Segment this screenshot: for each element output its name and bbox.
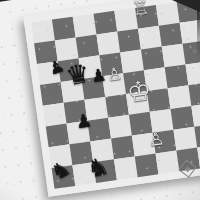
dark-background-right-edge	[197, 0, 200, 58]
square-a1	[52, 165, 76, 189]
square-a6	[37, 61, 61, 85]
square-g2	[173, 127, 197, 151]
square-f8	[135, 5, 159, 29]
square-g8	[156, 2, 180, 26]
square-c8	[73, 14, 97, 38]
square-a3	[46, 124, 70, 148]
square-d7	[96, 32, 120, 56]
square-d6	[99, 52, 123, 76]
square-e7	[117, 29, 141, 53]
chess-board-photo: ♖♟♛♟♙♔♟♙♞♞ ©	[0, 0, 200, 200]
square-d5	[102, 73, 126, 97]
square-b1	[72, 162, 96, 186]
square-a8	[31, 20, 55, 44]
square-b3	[67, 121, 91, 145]
maker-emblem-core	[185, 166, 191, 172]
board-grid: ♖♟♛♟♙♔♟♙♞♞	[31, 0, 200, 189]
square-a7	[34, 40, 58, 64]
square-e6	[120, 49, 144, 73]
square-c4	[84, 97, 108, 121]
square-g7	[159, 23, 183, 47]
square-c6	[79, 55, 103, 79]
square-c5	[81, 76, 105, 100]
square-c7	[76, 35, 100, 59]
square-f6	[141, 47, 165, 71]
square-b7	[55, 37, 79, 61]
chess-board: ♖♟♛♟♙♔♟♙♞♞	[23, 0, 200, 197]
tilted-scene: ♖♟♛♟♙♔♟♙♞♞ ©	[0, 0, 200, 200]
square-c1	[93, 159, 117, 183]
square-f1	[156, 151, 180, 175]
square-d1	[114, 156, 138, 180]
square-b4	[64, 100, 88, 124]
square-a4	[43, 103, 67, 127]
square-e8	[114, 8, 138, 32]
square-b6	[58, 58, 82, 82]
square-d8	[94, 11, 118, 35]
square-e1	[135, 153, 159, 177]
square-f7	[138, 26, 162, 50]
square-a5	[40, 82, 64, 106]
square-a2	[49, 144, 73, 168]
square-b8	[52, 17, 76, 41]
square-b5	[61, 79, 85, 103]
